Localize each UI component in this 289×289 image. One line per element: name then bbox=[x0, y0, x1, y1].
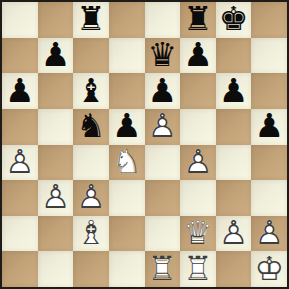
square-e5[interactable]: ♟♙ bbox=[145, 109, 181, 145]
square-b2[interactable] bbox=[38, 216, 74, 252]
chess-board: ♜♜♚♟♛♟♟♝♟♟♞♟♟♙♟♟♙♞♘♟♙♟♙♟♙♝♗♛♕♟♙♟♙♜♖♜♖♚♔ bbox=[2, 2, 287, 287]
square-h7[interactable] bbox=[251, 38, 287, 74]
black-bishop-c6[interactable]: ♝ bbox=[73, 73, 109, 109]
black-king-g8[interactable]: ♚ bbox=[216, 2, 252, 38]
black-pawn-b7[interactable]: ♟ bbox=[38, 38, 74, 74]
white-queen-outline-glyph: ♕ bbox=[180, 216, 216, 252]
black-pawn-h5[interactable]: ♟ bbox=[251, 109, 287, 145]
square-h5[interactable]: ♟ bbox=[251, 109, 287, 145]
white-pawn-outline-glyph: ♙ bbox=[73, 180, 109, 216]
square-g5[interactable] bbox=[216, 109, 252, 145]
white-pawn-outline-glyph: ♙ bbox=[251, 216, 287, 252]
square-d5[interactable]: ♟ bbox=[109, 109, 145, 145]
black-pawn-fill-glyph: ♟ bbox=[2, 73, 38, 109]
square-f3[interactable] bbox=[180, 180, 216, 216]
white-pawn-outline-glyph: ♙ bbox=[216, 216, 252, 252]
white-knight-outline-glyph: ♘ bbox=[109, 145, 145, 181]
square-c5[interactable]: ♞ bbox=[73, 109, 109, 145]
black-pawn-g6[interactable]: ♟ bbox=[216, 73, 252, 109]
black-pawn-f7[interactable]: ♟ bbox=[180, 38, 216, 74]
black-pawn-e6[interactable]: ♟ bbox=[145, 73, 181, 109]
square-h3[interactable] bbox=[251, 180, 287, 216]
white-pawn-outline-glyph: ♙ bbox=[38, 180, 74, 216]
black-pawn-a6[interactable]: ♟ bbox=[2, 73, 38, 109]
white-pawn-outline-glyph: ♙ bbox=[180, 145, 216, 181]
black-pawn-fill-glyph: ♟ bbox=[216, 73, 252, 109]
black-rook-fill-glyph: ♜ bbox=[73, 2, 109, 38]
square-a6[interactable]: ♟ bbox=[2, 73, 38, 109]
white-pawn-c3[interactable]: ♟♙ bbox=[73, 180, 109, 216]
white-rook-outline-glyph: ♖ bbox=[180, 251, 216, 287]
square-g6[interactable]: ♟ bbox=[216, 73, 252, 109]
square-c6[interactable]: ♝ bbox=[73, 73, 109, 109]
white-king-h1[interactable]: ♚♔ bbox=[251, 251, 287, 287]
black-rook-f8[interactable]: ♜ bbox=[180, 2, 216, 38]
chess-board-frame: ♜♜♚♟♛♟♟♝♟♟♞♟♟♙♟♟♙♞♘♟♙♟♙♟♙♝♗♛♕♟♙♟♙♜♖♜♖♚♔ bbox=[0, 0, 289, 289]
black-pawn-fill-glyph: ♟ bbox=[251, 109, 287, 145]
square-e6[interactable]: ♟ bbox=[145, 73, 181, 109]
square-c1[interactable] bbox=[73, 251, 109, 287]
square-a3[interactable] bbox=[2, 180, 38, 216]
square-e8[interactable] bbox=[145, 2, 181, 38]
square-d1[interactable] bbox=[109, 251, 145, 287]
square-c3[interactable]: ♟♙ bbox=[73, 180, 109, 216]
square-e1[interactable]: ♜♖ bbox=[145, 251, 181, 287]
square-f8[interactable]: ♜ bbox=[180, 2, 216, 38]
square-h6[interactable] bbox=[251, 73, 287, 109]
white-rook-e1[interactable]: ♜♖ bbox=[145, 251, 181, 287]
black-knight-c5[interactable]: ♞ bbox=[73, 109, 109, 145]
square-g7[interactable] bbox=[216, 38, 252, 74]
square-f5[interactable] bbox=[180, 109, 216, 145]
white-rook-f1[interactable]: ♜♖ bbox=[180, 251, 216, 287]
white-pawn-b3[interactable]: ♟♙ bbox=[38, 180, 74, 216]
square-b8[interactable] bbox=[38, 2, 74, 38]
black-queen-fill-glyph: ♛ bbox=[145, 38, 181, 74]
white-pawn-e5[interactable]: ♟♙ bbox=[145, 109, 181, 145]
square-e2[interactable] bbox=[145, 216, 181, 252]
square-b4[interactable] bbox=[38, 145, 74, 181]
white-pawn-g2[interactable]: ♟♙ bbox=[216, 216, 252, 252]
square-g8[interactable]: ♚ bbox=[216, 2, 252, 38]
black-king-fill-glyph: ♚ bbox=[216, 2, 252, 38]
black-rook-c8[interactable]: ♜ bbox=[73, 2, 109, 38]
square-b6[interactable] bbox=[38, 73, 74, 109]
square-d3[interactable] bbox=[109, 180, 145, 216]
square-c7[interactable] bbox=[73, 38, 109, 74]
square-d2[interactable] bbox=[109, 216, 145, 252]
square-g1[interactable] bbox=[216, 251, 252, 287]
square-e7[interactable]: ♛ bbox=[145, 38, 181, 74]
square-g2[interactable]: ♟♙ bbox=[216, 216, 252, 252]
square-b5[interactable] bbox=[38, 109, 74, 145]
square-h8[interactable] bbox=[251, 2, 287, 38]
square-c8[interactable]: ♜ bbox=[73, 2, 109, 38]
square-d8[interactable] bbox=[109, 2, 145, 38]
square-a2[interactable] bbox=[2, 216, 38, 252]
square-f1[interactable]: ♜♖ bbox=[180, 251, 216, 287]
white-pawn-outline-glyph: ♙ bbox=[145, 109, 181, 145]
square-e3[interactable] bbox=[145, 180, 181, 216]
square-g3[interactable] bbox=[216, 180, 252, 216]
square-h1[interactable]: ♚♔ bbox=[251, 251, 287, 287]
white-knight-d4[interactable]: ♞♘ bbox=[109, 145, 145, 181]
square-g4[interactable] bbox=[216, 145, 252, 181]
white-king-outline-glyph: ♔ bbox=[251, 251, 287, 287]
black-queen-e7[interactable]: ♛ bbox=[145, 38, 181, 74]
square-e4[interactable] bbox=[145, 145, 181, 181]
square-f6[interactable] bbox=[180, 73, 216, 109]
white-pawn-f4[interactable]: ♟♙ bbox=[180, 145, 216, 181]
square-a1[interactable] bbox=[2, 251, 38, 287]
square-f4[interactable]: ♟♙ bbox=[180, 145, 216, 181]
black-knight-fill-glyph: ♞ bbox=[73, 109, 109, 145]
square-c4[interactable] bbox=[73, 145, 109, 181]
square-f2[interactable]: ♛♕ bbox=[180, 216, 216, 252]
square-b7[interactable]: ♟ bbox=[38, 38, 74, 74]
white-rook-outline-glyph: ♖ bbox=[145, 251, 181, 287]
black-bishop-fill-glyph: ♝ bbox=[73, 73, 109, 109]
square-h2[interactable]: ♟♙ bbox=[251, 216, 287, 252]
white-bishop-outline-glyph: ♗ bbox=[73, 216, 109, 252]
black-pawn-fill-glyph: ♟ bbox=[38, 38, 74, 74]
square-b3[interactable]: ♟♙ bbox=[38, 180, 74, 216]
square-a4[interactable]: ♟♙ bbox=[2, 145, 38, 181]
square-a5[interactable] bbox=[2, 109, 38, 145]
square-a8[interactable] bbox=[2, 2, 38, 38]
square-d6[interactable] bbox=[109, 73, 145, 109]
square-c2[interactable]: ♝♗ bbox=[73, 216, 109, 252]
black-pawn-d5[interactable]: ♟ bbox=[109, 109, 145, 145]
square-f7[interactable]: ♟ bbox=[180, 38, 216, 74]
black-rook-fill-glyph: ♜ bbox=[180, 2, 216, 38]
square-d4[interactable]: ♞♘ bbox=[109, 145, 145, 181]
square-h4[interactable] bbox=[251, 145, 287, 181]
black-pawn-fill-glyph: ♟ bbox=[109, 109, 145, 145]
black-pawn-fill-glyph: ♟ bbox=[145, 73, 181, 109]
white-queen-f2[interactable]: ♛♕ bbox=[180, 216, 216, 252]
square-a7[interactable] bbox=[2, 38, 38, 74]
black-pawn-fill-glyph: ♟ bbox=[180, 38, 216, 74]
white-pawn-h2[interactable]: ♟♙ bbox=[251, 216, 287, 252]
white-pawn-outline-glyph: ♙ bbox=[2, 145, 38, 181]
white-pawn-a4[interactable]: ♟♙ bbox=[2, 145, 38, 181]
square-d7[interactable] bbox=[109, 38, 145, 74]
white-bishop-c2[interactable]: ♝♗ bbox=[73, 216, 109, 252]
square-b1[interactable] bbox=[38, 251, 74, 287]
